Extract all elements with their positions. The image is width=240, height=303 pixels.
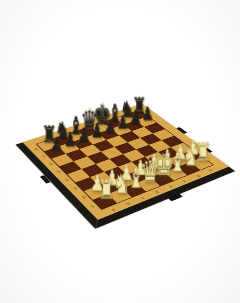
rank-label-4: 4 [61, 177, 71, 183]
black-king-finial-dot [101, 102, 103, 105]
product-photo-scene: abcdefgh12345678♜♞♝♛♚♝♞♜♟♟♟♟♟♟♟♟♟♟♟♟♟♟♟♟… [0, 0, 240, 303]
rank-label-1: 1 [87, 203, 98, 209]
white-king-finial-dot [163, 150, 165, 153]
chess-board: abcdefgh12345678♜♞♝♛♚♝♞♜♟♟♟♟♟♟♟♟♟♟♟♟♟♟♟♟… [16, 104, 235, 229]
rank-label-7: 7 [39, 154, 49, 159]
black-queen-finial-dot [88, 107, 90, 110]
white-rook-icon: ♜ [86, 177, 127, 203]
black-pawn-icon: ♟ [38, 134, 75, 154]
hinge-knob-right [176, 127, 188, 134]
white-queen-finial-dot [149, 157, 151, 160]
rank-label-5: 5 [54, 169, 64, 175]
hinge-knob-left [40, 175, 51, 184]
clasp-knob [168, 193, 183, 201]
